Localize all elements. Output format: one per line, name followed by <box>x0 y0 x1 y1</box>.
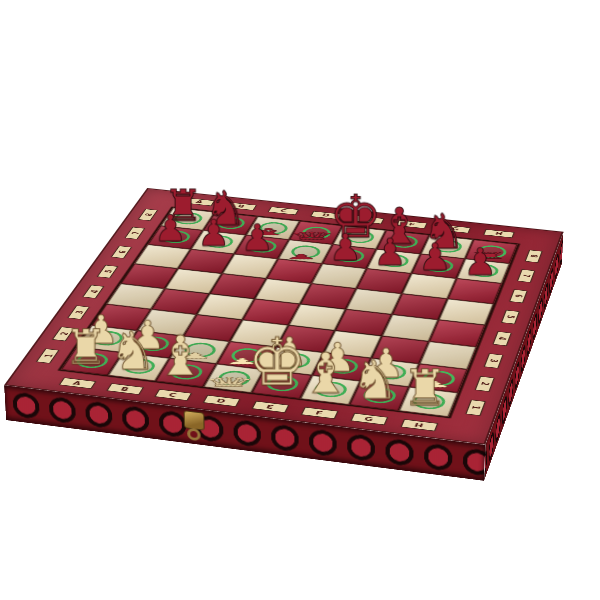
chess-board-box: ABCDEFGH ABCDEFGH 87654321 87654321 ♜♞♝♛… <box>4 188 563 445</box>
square-b7[interactable]: ♟ <box>191 230 246 254</box>
piece-red-pawn[interactable]: ♟ <box>373 235 406 270</box>
piece-red-pawn[interactable]: ♟ <box>284 253 317 260</box>
piece-red-pawn[interactable]: ♟ <box>240 220 273 255</box>
file-label-near-a: A <box>59 377 96 388</box>
rank-label-right-3: 3 <box>484 353 504 368</box>
rank-label-right-2: 2 <box>475 376 495 392</box>
file-label-near-b: B <box>106 383 143 395</box>
rank-label-right-5-text: 5 <box>504 315 516 319</box>
rank-label-left-7-text: 7 <box>129 231 141 235</box>
rank-label-right-8: 8 <box>525 250 543 263</box>
file-label-near-d: D <box>203 395 240 407</box>
rank-label-left-8-text: 8 <box>142 213 154 217</box>
piece-red-pawn[interactable]: ♟ <box>328 230 361 265</box>
rank-label-left-1-text: 1 <box>41 353 54 357</box>
file-label-near-f: F <box>301 407 338 419</box>
rank-label-right-1: 1 <box>466 399 486 415</box>
square-d5[interactable] <box>255 279 312 304</box>
rank-label-left-4: 4 <box>83 285 105 299</box>
square-g1[interactable]: ♞ <box>349 381 409 411</box>
rank-label-left-4-text: 4 <box>87 289 99 293</box>
piece-red-pawn[interactable]: ♟ <box>154 211 187 245</box>
piece-white-king[interactable]: ♚ <box>247 331 306 394</box>
rank-label-right-2-text: 2 <box>478 381 491 386</box>
piece-white-knight[interactable]: ♞ <box>350 355 398 406</box>
piece-red-pawn[interactable]: ♟ <box>197 216 230 251</box>
rank-label-left-6: 6 <box>111 245 132 258</box>
piece-white-bishop[interactable]: ♝ <box>155 330 204 382</box>
rank-label-left-5-text: 5 <box>102 269 114 273</box>
file-label-far-h: H <box>483 229 514 238</box>
file-label-near-g: G <box>350 413 388 425</box>
rank-label-left-1: 1 <box>36 348 59 363</box>
piece-red-pawn[interactable]: ♟ <box>418 239 451 274</box>
rank-label-right-6: 6 <box>509 289 527 303</box>
square-f5[interactable] <box>346 289 402 315</box>
rank-label-right-3-text: 3 <box>487 358 500 363</box>
square-d4[interactable] <box>242 299 300 325</box>
square-a7[interactable]: ♟ <box>148 226 203 249</box>
square-h7[interactable]: ♟ <box>456 259 509 284</box>
file-label-near-e: E <box>251 401 288 413</box>
rank-label-left-6-text: 6 <box>116 250 128 254</box>
piece-white-rook[interactable]: ♜ <box>64 325 107 371</box>
piece-white-knight[interactable]: ♞ <box>109 327 156 377</box>
rank-label-right-6-text: 6 <box>513 294 525 298</box>
rank-label-right-4-text: 4 <box>496 336 508 340</box>
square-h1[interactable]: ♜ <box>399 387 459 417</box>
file-label-near-h: H <box>400 419 438 431</box>
piece-red-pawn[interactable]: ♟ <box>463 244 496 279</box>
rank-label-right-1-text: 1 <box>469 405 482 410</box>
rank-label-right-8-text: 8 <box>528 254 540 258</box>
rank-label-right-4: 4 <box>493 331 512 346</box>
rank-label-right-5: 5 <box>501 310 520 324</box>
file-label-far-c: C <box>268 207 299 215</box>
rank-label-right-7-text: 7 <box>520 274 532 278</box>
rank-label-left-7: 7 <box>125 227 146 239</box>
board-photo-scene: ABCDEFGH ABCDEFGH 87654321 87654321 ♜♞♝♛… <box>0 0 600 600</box>
piece-white-bishop[interactable]: ♝ <box>300 347 350 400</box>
rank-label-left-5: 5 <box>97 265 118 278</box>
file-label-near-c: C <box>154 389 191 401</box>
rank-label-right-7: 7 <box>517 269 535 282</box>
piece-white-rook[interactable]: ♜ <box>402 365 447 412</box>
